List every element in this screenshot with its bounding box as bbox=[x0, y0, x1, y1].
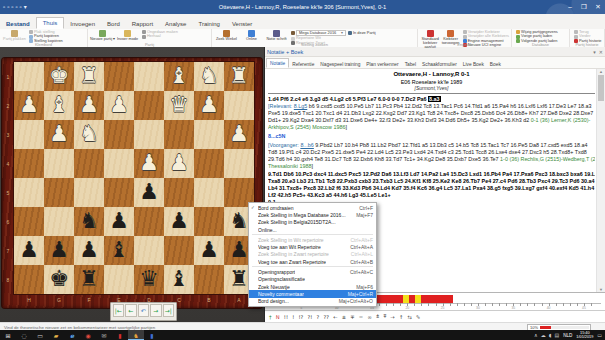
square-e5[interactable] bbox=[104, 178, 134, 207]
ribbon-tab-training[interactable]: Training bbox=[192, 19, 225, 29]
square-h8[interactable] bbox=[14, 265, 44, 294]
file-label: G bbox=[44, 294, 74, 308]
annotation-symbol[interactable]: N bbox=[276, 314, 280, 320]
square-c7[interactable] bbox=[164, 236, 194, 265]
ribbon: Partij plakkenPlak stellingPartij kopiër… bbox=[0, 29, 605, 47]
square-g1[interactable]: ♚ bbox=[44, 62, 74, 91]
piece-white-pawn[interactable]: ♟ bbox=[14, 91, 44, 120]
tab-referentie[interactable]: Referentie bbox=[289, 60, 317, 68]
online-icon bbox=[248, 30, 255, 37]
annotation-symbol[interactable]: ∓ bbox=[350, 314, 354, 320]
file-label: F bbox=[74, 294, 104, 308]
eval-tick-number: 35 bbox=[511, 306, 515, 310]
notation-line[interactable]: Lb4 31.Txc8+ Pxc8 32.Lb2 f6 33.Kd3 Pb6 3… bbox=[268, 185, 595, 192]
move-text[interactable]: 8.Lg5 bbox=[294, 103, 308, 109]
scroll-up-icon[interactable]: ▲ bbox=[597, 69, 605, 74]
square-c4[interactable]: ♟ bbox=[164, 149, 194, 178]
taskbar-chessbase-icon[interactable]: ♞ bbox=[128, 330, 144, 340]
eval-tick bbox=[534, 303, 535, 306]
square-e1[interactable] bbox=[104, 62, 134, 91]
square-a2[interactable] bbox=[224, 91, 254, 120]
file-label: H bbox=[14, 294, 44, 308]
move-text[interactable]: 8...c5N bbox=[268, 133, 285, 139]
square-d3[interactable] bbox=[134, 120, 164, 149]
annotation-symbol[interactable]: ↑ bbox=[399, 314, 403, 320]
eval-tick bbox=[414, 303, 415, 306]
piece-white-pawn[interactable]: ♟ bbox=[104, 91, 134, 120]
game-annotator: [Surmont,Yves] bbox=[268, 85, 595, 91]
square-f6[interactable]: ♞ bbox=[74, 207, 104, 236]
ribbon-tab-bestand[interactable]: Bestand bbox=[0, 19, 36, 29]
piece-white-bishop[interactable]: ♝ bbox=[164, 62, 194, 91]
redo-icon bbox=[142, 35, 146, 39]
piece-black-bishop[interactable]: ♝ bbox=[104, 236, 134, 265]
square-g5[interactable] bbox=[44, 178, 74, 207]
square-a4[interactable] bbox=[224, 149, 254, 178]
eval-tick bbox=[492, 303, 493, 306]
square-d8[interactable]: ♛ bbox=[134, 265, 164, 294]
square-b7[interactable]: ♟ bbox=[194, 236, 224, 265]
ribbon-button[interactable]: Invoer mode bbox=[115, 30, 140, 42]
menu-item-shortcut: Ctrl+Alt+L bbox=[346, 251, 373, 257]
tray-icon[interactable]: ▤ bbox=[554, 332, 559, 338]
notation-line[interactable]: Pxe5 19.dxe5 Txc1 20.Txc1 d4 21.Db3 Lxg2… bbox=[268, 110, 595, 117]
move-text[interactable]: ] bbox=[346, 124, 348, 130]
annotation-symbol[interactable]: † bbox=[269, 314, 272, 320]
square-g6[interactable] bbox=[44, 207, 74, 236]
ribbon-group-label: Partij bbox=[88, 42, 211, 47]
square-h5[interactable] bbox=[14, 178, 44, 207]
tray-icon[interactable]: ∧ bbox=[534, 332, 538, 338]
piece-white-pawn[interactable]: ♟ bbox=[164, 149, 194, 178]
move-text[interactable]: 9.Pbd2 Lb7 10.b4 Pb8 11.Lb2 Pbd7 12.Tfd1… bbox=[314, 142, 588, 148]
notation-line[interactable]: 29.Td6 h4 30.gxh4 Te8 31.Dc7 Tc8 32.Dxb6… bbox=[268, 156, 595, 163]
square-f5[interactable] bbox=[74, 178, 104, 207]
pane-title: Notatie + Boek bbox=[267, 49, 303, 55]
notation-line[interactable]: 1.d4 Pf6 2.c4 e6 3.g3 d5 4.Lg2 c6 5.Pf3 … bbox=[268, 96, 595, 103]
db-icon bbox=[291, 31, 295, 35]
ribbon-group-label: Stelling zoeken bbox=[212, 42, 417, 47]
pane-menu-icon[interactable]: ▾ bbox=[593, 49, 596, 55]
tab-notatie[interactable]: Notatie bbox=[266, 58, 289, 68]
square-d5[interactable]: ♟ bbox=[134, 178, 164, 207]
window-title: Ottevaere,H - Lannoy,R, Roeselare kk'fe … bbox=[219, 4, 387, 10]
move-text[interactable]: 1-0 (36) Rechlis,G (2515)-Wedberg,T (237… bbox=[500, 156, 595, 162]
ribbon-tab-rapport[interactable]: Rapport bbox=[126, 19, 159, 29]
annotation-symbol[interactable]: ⩱ bbox=[383, 313, 386, 320]
jump-end-button[interactable]: →| bbox=[163, 304, 175, 317]
ribbon-item: Herhaal bbox=[142, 34, 178, 38]
piece-white-knight[interactable]: ♞ bbox=[74, 120, 104, 149]
tab-tabel[interactable]: Tabel bbox=[402, 60, 419, 68]
square-h1[interactable] bbox=[14, 62, 44, 91]
move-text[interactable]: 1.d4 Pf6 2.c4 e6 3.g3 d5 4.Lg2 c6 5.Pf3 … bbox=[268, 96, 428, 102]
taskbar-word-icon[interactable]: ▮ bbox=[144, 330, 160, 340]
input-icon bbox=[124, 30, 131, 37]
eval-tick bbox=[436, 303, 437, 306]
ribbon-tab-analyse[interactable]: Analyse bbox=[159, 19, 192, 29]
notification-center-icon[interactable]: ▭ bbox=[597, 332, 602, 338]
ribbon-tab-row: BestandThuisInvoegenBordRapportAnalyseTr… bbox=[0, 14, 605, 30]
square-c2[interactable]: ♛ bbox=[164, 91, 194, 120]
eval-tick bbox=[542, 303, 543, 306]
annotation-symbol[interactable]: ?! bbox=[308, 314, 313, 320]
ribbon-group-partij: Nieuwe partij ▾Invoer modeOngedaan maken… bbox=[88, 29, 212, 47]
piece-black-king[interactable]: ♚ bbox=[44, 265, 74, 294]
square-g7[interactable]: ♟ bbox=[44, 236, 74, 265]
dropdown-icon[interactable]: ▾ bbox=[24, 0, 27, 14]
piece-black-pawn[interactable]: ♟ bbox=[134, 178, 164, 207]
menu-item-shortcut: Ctrl+Alt+A bbox=[345, 244, 373, 250]
clipboard-icon bbox=[11, 30, 18, 37]
square-b3[interactable] bbox=[194, 120, 224, 149]
chess-board: 12345678 ♚♜♝♞♜♟♝♟♟♛♟♟♞♟♟♟♟♞♟♟♞♟♟♟♝♟♟♚♜♛♝… bbox=[2, 58, 262, 308]
menu-item-voeg-toe-aan-wit-repertoire[interactable]: Voeg toe aan Wit RepertoireCtrl+Alt+A bbox=[249, 243, 376, 250]
square-c8[interactable]: ♝ bbox=[164, 265, 194, 294]
piece-white-rook[interactable]: ♜ bbox=[74, 62, 104, 91]
piece-white-pawn[interactable]: ♟ bbox=[74, 91, 104, 120]
menu-item-shortcut: Maj+Ctrl+Alt+O bbox=[334, 298, 373, 304]
eval-tick bbox=[457, 303, 458, 306]
square-f1[interactable]: ♜ bbox=[74, 62, 104, 91]
eval-tick bbox=[393, 303, 394, 306]
piece-black-pawn[interactable]: ♟ bbox=[14, 236, 44, 265]
square-d1[interactable] bbox=[134, 62, 164, 91]
notation-line[interactable]: 9.Td1 Db6 10.Pc3 dxc4 11.dxc5 Pxc5 12.Pd… bbox=[268, 171, 595, 178]
piece-black-pawn[interactable]: ♟ bbox=[74, 236, 104, 265]
move-text[interactable]: Thessaloniki 1988 bbox=[268, 163, 311, 169]
board-icon[interactable]: ▫ bbox=[3, 0, 5, 14]
menu-item-novelty-commentaar[interactable]: Novelty commentaarMaj+Ctrl+R bbox=[249, 290, 376, 297]
notation-line[interactable]: Td8 19.Pf1 c4 20.Dc2 Pxe5 21.dxe5 Pe4 22… bbox=[268, 149, 595, 156]
menu-item-bord-design[interactable]: Bord design...Maj+Ctrl+Alt+O bbox=[249, 298, 376, 305]
menu-item-shortcut: Maj+F6 bbox=[351, 284, 373, 290]
eval-tick bbox=[485, 303, 486, 306]
tab-nagespeel-training[interactable]: Nagespeel training bbox=[317, 60, 363, 68]
tab-live-boek[interactable]: Live Boek bbox=[460, 60, 487, 68]
menu-item-shortcut: Maj+Ctrl+R bbox=[343, 291, 373, 297]
square-e2[interactable]: ♟ bbox=[104, 91, 134, 120]
annotation-symbol[interactable]: ?? bbox=[324, 314, 330, 320]
move-text[interactable]: b6 9.cxd5 cxd5 10.Pe5 Lb7 11.Pc3 Pb4 12.… bbox=[307, 103, 591, 109]
square-e7[interactable]: ♝ bbox=[104, 236, 134, 265]
menu-item-online[interactable]: Online... bbox=[249, 226, 376, 233]
square-b8[interactable] bbox=[194, 265, 224, 294]
piece-black-pawn[interactable]: ♟ bbox=[164, 207, 194, 236]
ribbon-group-partij-historie: TerugVerderPartij historiePartij histori… bbox=[570, 29, 605, 47]
square-a3[interactable]: ♟ bbox=[224, 120, 254, 149]
eval-tick bbox=[577, 303, 578, 306]
close-icon[interactable]: ✕ bbox=[591, 0, 605, 14]
eval-tick bbox=[527, 303, 528, 306]
eval-tick bbox=[450, 303, 451, 306]
piece-black-pawn[interactable]: ♟ bbox=[104, 207, 134, 236]
ribbon-group-label: Database bbox=[512, 42, 569, 47]
move-text[interactable]: Arkhipov,S (2545) Moscow 1986 bbox=[268, 124, 346, 130]
ribbon-group-engines: Standaard kiebitzer aan/uitKiebitzer toe… bbox=[418, 29, 512, 47]
back-button[interactable]: ← bbox=[125, 304, 137, 317]
square-f3[interactable]: ♞ bbox=[74, 120, 104, 149]
taskbar-mail-icon[interactable]: ✉ bbox=[96, 330, 112, 340]
clock[interactable]: 15:401/01/2019 bbox=[576, 331, 593, 339]
engine-icon bbox=[427, 30, 434, 37]
ribbon-group-label: Klembord bbox=[0, 42, 87, 47]
annotation-symbol[interactable]: ✎ bbox=[416, 314, 420, 320]
square-f8[interactable]: ♜ bbox=[74, 265, 104, 294]
square-d2[interactable] bbox=[134, 91, 164, 120]
taskbar-task-view-icon[interactable]: ▭ bbox=[32, 330, 48, 340]
square-h6[interactable] bbox=[14, 207, 44, 236]
notation-line[interactable]: Arkhipov,S (2545) Moscow 1986] bbox=[268, 124, 595, 131]
annotation-symbols-toolbar: †N!!!!??!???←±∓=∞⩲⩱→↑⇆✎ bbox=[265, 310, 605, 322]
piece-black-pawn[interactable]: ♟ bbox=[194, 236, 224, 265]
ribbon-group-label: Partij historie bbox=[570, 42, 604, 47]
copy-icon[interactable]: ▫ bbox=[11, 0, 13, 14]
square-f7[interactable]: ♟ bbox=[74, 236, 104, 265]
piece-white-rook[interactable]: ♜ bbox=[224, 62, 254, 91]
menu-item-label: Bord design... bbox=[258, 298, 289, 304]
annotation-symbol[interactable]: ? bbox=[317, 314, 320, 320]
progress-fill bbox=[540, 326, 551, 329]
jump-start-button[interactable]: |← bbox=[113, 304, 125, 317]
move-text[interactable]: Dd1+ 29.Kg2 Dxa4 30.Dxf7 d3 31.Dxe6 De4+… bbox=[268, 117, 531, 123]
ribbon-tab-venster[interactable]: Venster bbox=[226, 19, 258, 29]
ribbon-tab-invoegen[interactable]: Invoegen bbox=[64, 19, 101, 29]
notation-line[interactable]: Dd1+ 29.Kg2 Dxa4 30.Dxf7 d3 31.Dxe6 De4+… bbox=[268, 117, 595, 124]
pane-close-icon[interactable]: ✕ bbox=[599, 49, 603, 55]
move-text[interactable]: ] bbox=[311, 163, 313, 169]
move-text[interactable]: 29.Td6 h4 30.gxh4 Te8 31.Dc7 Tc8 32.Dxb6… bbox=[268, 156, 500, 162]
save-icon[interactable]: ▫ bbox=[7, 0, 9, 14]
board-grid: ♚♜♝♞♜♟♝♟♟♛♟♟♞♟♟♟♟♞♟♟♞♟♟♟♝♟♟♚♜♛♝♜ bbox=[14, 62, 254, 294]
move-text[interactable]: Pxe5 19.dxe5 Txc1 20.Txc1 d4 21.Db3 Lxg2… bbox=[268, 110, 593, 116]
square-b4[interactable] bbox=[194, 149, 224, 178]
annotation-symbol[interactable]: ⇆ bbox=[407, 314, 411, 320]
searchboard-icon bbox=[223, 30, 230, 37]
piece-black-queen[interactable]: ♛ bbox=[134, 265, 164, 294]
taskbar-search-icon[interactable]: ◌ bbox=[16, 330, 32, 340]
annotation-symbol[interactable]: → bbox=[390, 314, 394, 320]
ribbon-button[interactable]: Notie schrift bbox=[264, 30, 289, 42]
takeback-button[interactable]: ↶ bbox=[138, 304, 150, 317]
progress-track bbox=[551, 326, 589, 329]
menu-item-zoek-stelling-in-mega-database-2016[interactable]: Zoek Stelling in Mega Database 2016...Ma… bbox=[249, 211, 376, 218]
annotation-symbol[interactable]: ! bbox=[292, 314, 294, 320]
eval-tick bbox=[386, 303, 387, 306]
annotation-symbol[interactable]: !? bbox=[299, 314, 304, 320]
rank-label: 6 bbox=[2, 207, 14, 236]
square-c3[interactable] bbox=[164, 120, 194, 149]
piece-white-knight[interactable]: ♞ bbox=[194, 62, 224, 91]
piece-white-queen[interactable]: ♛ bbox=[164, 91, 194, 120]
maximize-icon[interactable]: ❐ bbox=[577, 0, 591, 14]
ribbon-tab-bord[interactable]: Bord bbox=[101, 19, 126, 29]
tray-icon[interactable]: ◖ bbox=[549, 332, 552, 338]
move-text[interactable]: Lf2 42.h5 Pc5+ 43.Kc3 a5 44.h6 Lg3 45.Le… bbox=[268, 192, 391, 198]
ribbon-button[interactable]: Online bbox=[239, 30, 264, 42]
tab-schaakformulier[interactable]: Schaakformulier bbox=[419, 60, 460, 68]
tab-boek[interactable]: Boek bbox=[487, 60, 504, 68]
menu-item-zoek-stelling-in-zwart-repertoire: Zoek Stelling in Zwart repertoireCtrl+Al… bbox=[249, 251, 376, 258]
square-c6[interactable]: ♟ bbox=[164, 207, 194, 236]
taskbar-edge-icon[interactable]: e bbox=[64, 330, 80, 340]
annotation-symbol[interactable]: ← bbox=[333, 314, 337, 320]
piece-white-pawn[interactable]: ♟ bbox=[224, 120, 254, 149]
menu-item-voeg-toe-aan-zwart-repertoire[interactable]: Voeg toe aan Zwart RepertoireCtrl+Alt+B bbox=[249, 258, 376, 265]
menu-item-label: Bord omdraaien bbox=[258, 205, 294, 211]
eval-tick bbox=[591, 303, 592, 306]
menu-item-label: Openingsclassificatie bbox=[258, 276, 305, 282]
chessbase-window: ▫▫▫▫▫▾ Ottevaere,H - Lannoy,R, Roeselare… bbox=[0, 0, 605, 340]
annotation-symbol[interactable]: ∞ bbox=[367, 314, 371, 320]
menu-item-bord-omdraaien[interactable]: ✓Bord omdraaienCtrl+F bbox=[249, 204, 376, 211]
menu-item-openingsrapport[interactable]: OpeningsrapportCtrl+Alt+C bbox=[249, 268, 376, 275]
current-move[interactable]: 8.a3 bbox=[428, 96, 441, 102]
undo-icon[interactable]: ▫ bbox=[20, 0, 22, 14]
move-text[interactable]: [Relevant: bbox=[268, 103, 294, 109]
square-d7[interactable] bbox=[134, 236, 164, 265]
taskbar-acrobat-icon[interactable]: ▮ bbox=[112, 330, 128, 340]
square-e8[interactable] bbox=[104, 265, 134, 294]
eval-tick bbox=[400, 303, 401, 306]
eval-tick-number: 30 bbox=[476, 306, 480, 310]
notation-line[interactable]: 8...c5N bbox=[268, 133, 595, 140]
rank-label: 8 bbox=[2, 265, 14, 294]
menu-separator bbox=[252, 266, 373, 267]
piece-black-pawn[interactable]: ♟ bbox=[44, 236, 74, 265]
annotation-symbol[interactable]: ⩲ bbox=[376, 313, 379, 320]
menu-item-label: Voeg toe aan Zwart Repertoire bbox=[258, 259, 326, 265]
notation-line[interactable]: Txa8 20.e3 Lb3 21.Tb1 Tc8 22.Pxb3 cxb3 2… bbox=[268, 178, 595, 185]
square-f4[interactable] bbox=[74, 149, 104, 178]
notation-line[interactable]: Lf2 42.h5 Pc5+ 43.Kc3 a5 44.h6 Lg3 45.Le… bbox=[268, 192, 595, 199]
menu-item-shortcut: Maj+F7 bbox=[351, 212, 373, 218]
move-text[interactable]: 9.Td1 Db6 10.Pc3 dxc4 11.dxc5 Pxc5 12.Pd… bbox=[268, 171, 595, 177]
notation-scrollbar[interactable]: ▲ ▼ bbox=[596, 69, 605, 292]
notation-line[interactable]: [Relevant: 8.Lg5 b6 9.cxd5 cxd5 10.Pe5 L… bbox=[268, 103, 595, 110]
rank-label: 4 bbox=[2, 149, 14, 178]
piece-icon[interactable]: ▫ bbox=[15, 0, 17, 14]
menu-item-zoek-stelling-in-belgia2015dt2a[interactable]: Zoek Stelling in Belgia2015DT2A... bbox=[249, 219, 376, 226]
piece-white-pawn[interactable]: ♟ bbox=[134, 149, 164, 178]
square-e6[interactable]: ♟ bbox=[104, 207, 134, 236]
annotation-symbol[interactable]: = bbox=[359, 314, 363, 320]
tray-icon[interactable]: ☁ bbox=[541, 332, 546, 338]
ribbon-tab-thuis[interactable]: Thuis bbox=[36, 17, 65, 29]
eval-tick bbox=[421, 303, 422, 306]
square-g4[interactable] bbox=[44, 149, 74, 178]
menu-item-label: Voeg toe aan Wit Repertoire bbox=[258, 244, 321, 250]
piece-white-pawn[interactable]: ♟ bbox=[44, 120, 74, 149]
ribbon-button: Partij plakken bbox=[2, 30, 27, 42]
menu-item-zoek-nieuwtje[interactable]: Zoek NieuwtjeMaj+F6 bbox=[249, 283, 376, 290]
ribbon-stack: Ongedaan makenHerhaal bbox=[142, 30, 178, 39]
windows-taskbar: ⊞◌▭▰e◉✉▮♞▮ ∧☁◖▤ NLD 15:401/01/2019 ▭ bbox=[0, 330, 605, 340]
square-e3[interactable] bbox=[104, 120, 134, 149]
context-menu: ✓Bord omdraaienCtrl+FZoek Stelling in Me… bbox=[248, 202, 377, 307]
piece-white-pawn[interactable]: ♟ bbox=[194, 91, 224, 120]
tab-plan-verkenner[interactable]: Plan verkenner bbox=[363, 60, 401, 68]
square-h4[interactable] bbox=[14, 149, 44, 178]
square-b6[interactable] bbox=[194, 207, 224, 236]
rank-label: 7 bbox=[2, 236, 14, 265]
chevron-down-icon: ▾ bbox=[341, 31, 343, 35]
square-a1[interactable]: ♜ bbox=[224, 62, 254, 91]
menu-item-shortcut: Ctrl+Alt+F bbox=[345, 237, 373, 243]
eval-tick bbox=[428, 303, 429, 306]
piece-black-bishop[interactable]: ♝ bbox=[164, 265, 194, 294]
taskbar-chrome-icon[interactable]: ◉ bbox=[80, 330, 96, 340]
piece-black-knight[interactable]: ♞ bbox=[74, 207, 104, 236]
scrollbar-thumb[interactable] bbox=[598, 75, 604, 101]
ribbon-button[interactable]: Zoek Winkel bbox=[214, 30, 239, 42]
rank-label: 2 bbox=[2, 91, 14, 120]
square-h7[interactable]: ♟ bbox=[14, 236, 44, 265]
menu-item-label: Zoek Stelling in Wit repertoire bbox=[258, 237, 324, 243]
square-b2[interactable]: ♟ bbox=[194, 91, 224, 120]
checkmark-icon: ✓ bbox=[251, 205, 258, 210]
eval-tick bbox=[570, 303, 571, 306]
ribbon-group-label: Engines bbox=[418, 42, 511, 47]
notation-line[interactable]: [Voorganger: 8...b6 9.Pbd2 Lb7 10.b4 Pb8… bbox=[268, 142, 595, 149]
square-g2[interactable]: ♝ bbox=[44, 91, 74, 120]
taskbar-explorer-icon[interactable]: ▰ bbox=[48, 330, 64, 340]
move-text[interactable]: Txa8 20.e3 Lb3 21.Tb1 Tc8 22.Pxb3 cxb3 2… bbox=[268, 178, 594, 184]
square-f2[interactable]: ♟ bbox=[74, 91, 104, 120]
forward-button[interactable]: → bbox=[150, 304, 162, 317]
move-text[interactable]: Lb4 31.Txc8+ Pxc8 32.Lb2 f6 33.Kd3 Pb6 3… bbox=[268, 185, 594, 191]
piece-white-bishop[interactable]: ♝ bbox=[44, 91, 74, 120]
piece-white-king[interactable]: ♚ bbox=[44, 62, 74, 91]
engineadd-icon bbox=[447, 30, 454, 37]
square-h3[interactable] bbox=[14, 120, 44, 149]
notation-line[interactable]: Thessaloniki 1988] bbox=[268, 163, 595, 170]
square-b5[interactable] bbox=[194, 178, 224, 207]
square-g8[interactable]: ♚ bbox=[44, 265, 74, 294]
move-text[interactable]: 0-1 (36) Lerner,K (2530)- bbox=[531, 117, 591, 123]
status-text: Vind de theoretische nieuwe zet en bekom… bbox=[0, 325, 155, 330]
progress-label: 10% bbox=[528, 325, 540, 330]
eval-segment bbox=[375, 295, 403, 303]
ribbon-group-database: Wijzig partijgegevensVorige partij laden… bbox=[512, 29, 570, 47]
ribbon-item-label: In deze Partij bbox=[353, 31, 376, 35]
minimize-icon[interactable]: – bbox=[563, 0, 577, 14]
square-c1[interactable]: ♝ bbox=[164, 62, 194, 91]
language-indicator[interactable]: NLD bbox=[563, 333, 572, 338]
header-separator bbox=[268, 93, 595, 94]
menu-item-openingsclassificatie[interactable]: Openingsclassificatie bbox=[249, 276, 376, 283]
move-text[interactable]: [Voorganger: bbox=[268, 142, 300, 148]
square-b1[interactable]: ♞ bbox=[194, 62, 224, 91]
annotation-symbol[interactable]: !! bbox=[284, 314, 288, 320]
taskbar-start-icon[interactable]: ⊞ bbox=[0, 330, 16, 340]
move-text[interactable]: 8...b6 bbox=[300, 142, 314, 148]
square-g3[interactable]: ♟ bbox=[44, 120, 74, 149]
move-text[interactable]: Td8 19.Pf1 c4 20.Dc2 Pxe5 21.dxe5 Pe4 22… bbox=[268, 149, 587, 155]
square-e4[interactable] bbox=[104, 149, 134, 178]
square-d4[interactable]: ♟ bbox=[134, 149, 164, 178]
annotation-symbol[interactable]: ± bbox=[342, 314, 346, 320]
ribbon-button[interactable]: Nieuwe partij ▾ bbox=[90, 30, 115, 42]
square-d6[interactable] bbox=[134, 207, 164, 236]
ribbon-group-klembord: Partij plakkenPlak stellingPartij kopiër… bbox=[0, 29, 88, 47]
square-h2[interactable]: ♟ bbox=[14, 91, 44, 120]
menu-item-label: Novelty commentaar bbox=[258, 291, 304, 297]
piece-black-rook[interactable]: ♜ bbox=[74, 265, 104, 294]
menu-item-zoek-stelling-in-wit-repertoire: Zoek Stelling in Wit repertoireCtrl+Alt+… bbox=[249, 236, 376, 243]
square-c5[interactable] bbox=[164, 178, 194, 207]
newgame-icon bbox=[99, 30, 106, 37]
